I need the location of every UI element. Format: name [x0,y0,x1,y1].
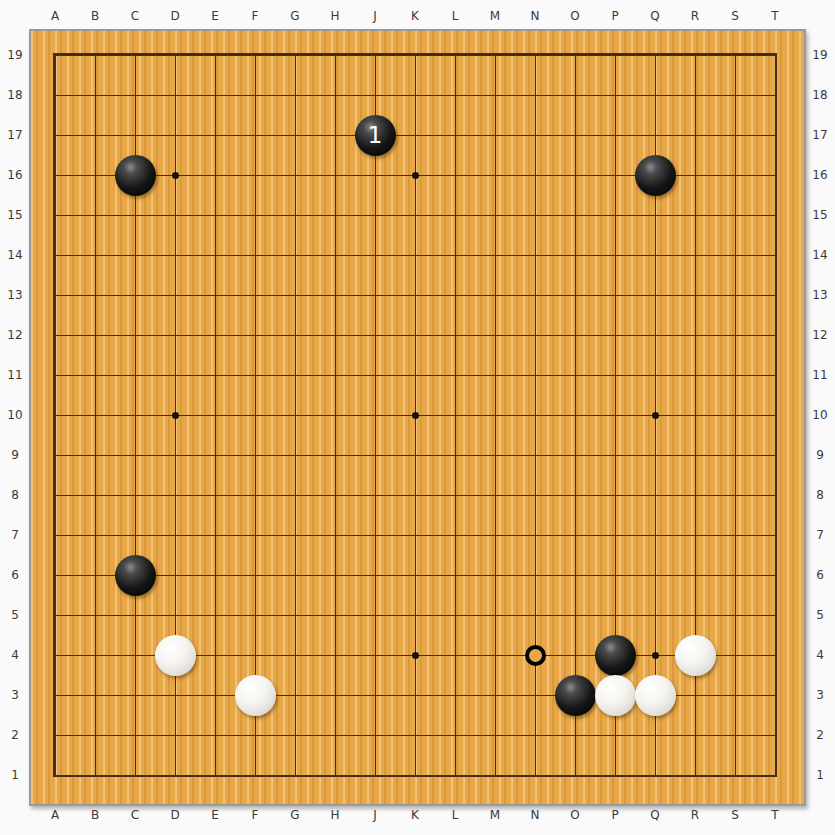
star-point-D16 [172,172,179,179]
coord-label-bottom-G: G [275,805,315,825]
stone-white-F3[interactable] [235,675,276,716]
coord-label-bottom-O: O [555,805,595,825]
coord-label-left-5: 5 [2,605,28,625]
coord-label-top-H: H [315,6,355,26]
coord-label-bottom-E: E [195,805,235,825]
stone-black-J17[interactable]: 1 [355,115,396,156]
move-number-label: 1 [368,124,383,147]
coord-label-bottom-C: C [115,805,155,825]
coord-label-left-15: 15 [2,205,28,225]
coord-label-bottom-K: K [395,805,435,825]
coord-label-top-A: A [35,6,75,26]
coord-label-bottom-J: J [355,805,395,825]
coord-label-left-2: 2 [2,725,28,745]
coord-label-bottom-S: S [715,805,755,825]
coord-label-right-11: 11 [807,365,833,385]
coord-label-left-16: 16 [2,165,28,185]
coord-label-top-L: L [435,6,475,26]
coord-label-left-11: 11 [2,365,28,385]
coord-label-left-9: 9 [2,445,28,465]
coord-label-right-5: 5 [807,605,833,625]
stone-black-Q16[interactable] [635,155,676,196]
coord-label-bottom-H: H [315,805,355,825]
coord-label-left-3: 3 [2,685,28,705]
star-point-Q4 [652,652,659,659]
coord-label-right-8: 8 [807,485,833,505]
star-point-K16 [412,172,419,179]
coord-label-top-E: E [195,6,235,26]
coord-label-bottom-B: B [75,805,115,825]
coord-label-right-10: 10 [807,405,833,425]
coord-label-left-7: 7 [2,525,28,545]
coord-label-right-4: 4 [807,645,833,665]
coord-label-bottom-F: F [235,805,275,825]
coord-label-top-T: T [755,6,795,26]
coord-label-top-C: C [115,6,155,26]
stone-white-Q3[interactable] [635,675,676,716]
coord-label-bottom-P: P [595,805,635,825]
coord-label-left-6: 6 [2,565,28,585]
coord-label-top-J: J [355,6,395,26]
coord-label-top-B: B [75,6,115,26]
coord-label-top-F: F [235,6,275,26]
coord-label-left-18: 18 [2,85,28,105]
coord-label-left-19: 19 [2,45,28,65]
coord-label-right-15: 15 [807,205,833,225]
coord-label-right-3: 3 [807,685,833,705]
coord-label-bottom-M: M [475,805,515,825]
coord-label-top-G: G [275,6,315,26]
coord-label-top-Q: Q [635,6,675,26]
stone-white-D4[interactable] [155,635,196,676]
stone-white-P3[interactable] [595,675,636,716]
coord-label-bottom-D: D [155,805,195,825]
coord-label-top-K: K [395,6,435,26]
coord-label-bottom-N: N [515,805,555,825]
coord-label-top-M: M [475,6,515,26]
coord-label-right-19: 19 [807,45,833,65]
coord-label-left-12: 12 [2,325,28,345]
coord-label-left-4: 4 [2,645,28,665]
coord-label-left-14: 14 [2,245,28,265]
coord-label-left-8: 8 [2,485,28,505]
coord-label-bottom-Q: Q [635,805,675,825]
coord-label-left-13: 13 [2,285,28,305]
coord-label-right-18: 18 [807,85,833,105]
coord-label-top-O: O [555,6,595,26]
coord-label-top-D: D [155,6,195,26]
stone-black-O3[interactable] [555,675,596,716]
stone-black-C16[interactable] [115,155,156,196]
coord-label-left-10: 10 [2,405,28,425]
coord-label-top-P: P [595,6,635,26]
coord-label-right-7: 7 [807,525,833,545]
coord-label-bottom-R: R [675,805,715,825]
coord-label-right-13: 13 [807,285,833,305]
coord-label-right-2: 2 [807,725,833,745]
stone-black-P4[interactable] [595,635,636,676]
star-point-D10 [172,412,179,419]
coord-label-right-17: 17 [807,125,833,145]
coord-label-left-1: 1 [2,765,28,785]
coord-label-bottom-T: T [755,805,795,825]
coord-label-top-R: R [675,6,715,26]
coord-label-bottom-A: A [35,805,75,825]
circle-marker-N4[interactable] [525,645,546,666]
star-point-K10 [412,412,419,419]
coord-label-right-9: 9 [807,445,833,465]
coord-label-right-14: 14 [807,245,833,265]
star-point-K4 [412,652,419,659]
coord-label-right-16: 16 [807,165,833,185]
coord-label-right-12: 12 [807,325,833,345]
coord-label-bottom-L: L [435,805,475,825]
coord-label-right-6: 6 [807,565,833,585]
stone-black-C6[interactable] [115,555,156,596]
star-point-Q10 [652,412,659,419]
coord-label-left-17: 17 [2,125,28,145]
coord-label-right-1: 1 [807,765,833,785]
stone-white-R4[interactable] [675,635,716,676]
coord-label-top-N: N [515,6,555,26]
go-board-area: AABBCCDDEEFFGGHHJJKKLLMMNNOOPPQQRRSSTT19… [0,0,835,835]
coord-label-top-S: S [715,6,755,26]
